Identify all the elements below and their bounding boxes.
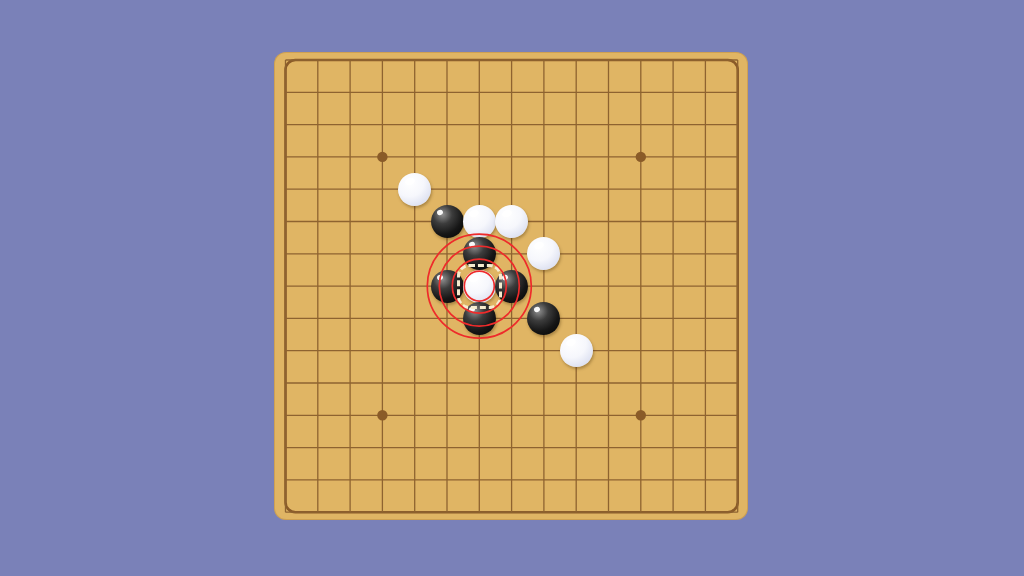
stone-white[interactable] <box>398 173 431 206</box>
stone-white[interactable] <box>495 205 528 238</box>
stones-layer <box>274 52 748 520</box>
stone-white[interactable] <box>560 334 593 367</box>
selection-bracket-icon <box>457 264 502 309</box>
stone-white[interactable] <box>527 237 560 270</box>
gomoku-board[interactable] <box>274 52 748 520</box>
app-background <box>0 0 1024 576</box>
stone-black[interactable] <box>527 302 560 335</box>
stone-black[interactable] <box>431 205 464 238</box>
stone-white[interactable] <box>463 205 496 238</box>
